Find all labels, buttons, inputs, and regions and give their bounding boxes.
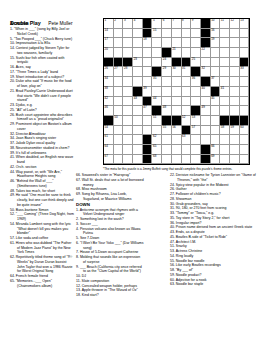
white-cell[interactable]	[191, 145, 201, 155]
white-cell[interactable]: 18	[143, 38, 153, 48]
clue-number: 65	[153, 145, 156, 148]
white-cell[interactable]	[114, 77, 124, 87]
clue-item-text: Adjective for a nook	[176, 278, 207, 282]
clue-item: 21. Brad Paisley/Carrie Underwood duet t…	[10, 89, 74, 103]
white-cell[interactable]	[201, 135, 211, 145]
white-cell[interactable]	[143, 116, 153, 126]
white-cell[interactable]: 49	[201, 106, 211, 116]
white-cell[interactable]: 9	[191, 19, 201, 29]
clue-number: 5	[153, 19, 155, 22]
clue-number: 42	[105, 97, 108, 100]
clue-number: 9	[192, 19, 194, 22]
down-header: DOWN	[76, 202, 144, 207]
white-cell[interactable]: 69	[211, 155, 221, 165]
clue-item-text: Noodle bar noodle	[176, 259, 205, 263]
white-cell[interactable]	[182, 155, 192, 165]
white-cell[interactable]: 43	[133, 97, 143, 107]
mid-clues-column: 66. Seaweed's sister in "Hairspray"67. W…	[76, 173, 144, 298]
white-cell[interactable]	[230, 155, 240, 165]
white-cell[interactable]: 30	[172, 67, 182, 77]
clue-number: 20	[105, 48, 108, 51]
black-cell	[143, 145, 153, 155]
black-cell	[201, 155, 211, 165]
white-cell[interactable]: 50	[114, 116, 124, 126]
white-cell[interactable]	[172, 106, 182, 116]
clue-item-text: Showman	[176, 197, 192, 201]
down-clue-list: 1. Anticrime acronym that rhymes with a …	[76, 208, 144, 298]
white-cell[interactable]: 57	[191, 126, 201, 136]
clue-item-text: Seaweed's sister in "Hairspray"	[82, 173, 130, 177]
white-cell[interactable]	[191, 87, 201, 97]
clue-number: 15	[153, 29, 156, 32]
white-cell[interactable]: 63	[182, 135, 192, 145]
white-cell[interactable]	[191, 29, 201, 39]
white-cell[interactable]	[162, 77, 172, 87]
white-cell[interactable]: 19	[211, 38, 221, 48]
clue-number: 23	[134, 58, 137, 61]
clue-item-text: Derisive nickname for Tyrion Lannister o…	[176, 173, 256, 182]
white-cell[interactable]	[240, 106, 250, 116]
clue-item-text: Beatles B-side of "Ticket to Ride"	[176, 235, 227, 239]
clue-number: 10	[211, 19, 214, 22]
white-cell[interactable]: 33	[240, 67, 250, 77]
white-cell[interactable]	[172, 77, 182, 87]
clue-item-text: Song by Rihanna, Lisa Loeb, Sugarland, o…	[82, 192, 132, 201]
clue-item: 49. He said "One must be sane to think c…	[10, 193, 74, 207]
white-cell[interactable]	[220, 58, 230, 68]
clue-item-text: Gather	[176, 187, 187, 191]
clue-item: 6. "I Won't Be Your Yoko ___" (Dar Willi…	[76, 241, 144, 251]
white-cell[interactable]	[143, 126, 153, 136]
white-cell[interactable]	[240, 155, 250, 165]
white-cell[interactable]: 11	[220, 19, 230, 29]
white-cell[interactable]	[220, 106, 230, 116]
white-cell[interactable]: 55	[162, 126, 172, 136]
across-clue-list: 1. "When in ___" (song by Billy Joel or …	[10, 27, 74, 288]
white-cell[interactable]	[230, 135, 240, 145]
clue-item-text: "___ Coming" (Three Dog Night, from 1969…	[16, 212, 74, 221]
clue-number: 41	[221, 87, 224, 90]
white-cell[interactable]	[240, 97, 250, 107]
white-cell[interactable]: 7	[172, 19, 182, 29]
white-cell[interactable]: 68	[152, 155, 162, 165]
clue-item-text: Soccer ___	[80, 222, 98, 226]
clue-item-text: Like soda and coffee	[16, 236, 48, 240]
white-cell[interactable]	[114, 29, 124, 39]
clue-item-text: Grab grounders, say	[176, 202, 208, 206]
white-cell[interactable]	[182, 29, 192, 39]
clue-number: 57	[192, 126, 195, 129]
white-cell[interactable]: 46	[104, 106, 114, 116]
white-cell[interactable]	[240, 29, 250, 39]
white-cell[interactable]: 20	[104, 48, 114, 58]
clue-number: 63	[182, 135, 185, 138]
white-cell[interactable]	[123, 145, 133, 155]
white-cell[interactable]: 29	[162, 67, 172, 77]
clue-number: 1	[105, 19, 107, 22]
white-cell[interactable]	[191, 97, 201, 107]
clue-number: 40	[201, 87, 204, 90]
white-cell[interactable]	[172, 145, 182, 155]
black-cell	[201, 145, 211, 155]
white-cell[interactable]	[172, 97, 182, 107]
clue-number: 2	[114, 19, 116, 22]
clue-number: 8	[182, 19, 184, 22]
clue-item: 4. Peruvian volcano also known as Wawa P…	[76, 227, 144, 237]
white-cell[interactable]: 51	[152, 116, 162, 126]
clue-number: 48	[163, 106, 166, 109]
clue-item-text: 90, 180, or 270 feet from scoring	[176, 206, 227, 210]
clue-number: 35	[153, 77, 156, 80]
white-cell[interactable]	[230, 145, 240, 155]
white-cell[interactable]	[172, 87, 182, 97]
white-cell[interactable]	[123, 38, 133, 48]
white-cell[interactable]: 36	[191, 77, 201, 87]
clue-number: 29	[163, 67, 166, 70]
clue-number: 3	[124, 19, 126, 22]
white-cell[interactable]	[182, 38, 192, 48]
clue-item: 26. Bush court appointee who describes h…	[10, 113, 74, 123]
clue-number: 6	[163, 19, 165, 22]
clue-item-text: French female friend	[16, 274, 48, 278]
clue-number: 31	[182, 67, 185, 70]
white-cell[interactable]: 44	[152, 97, 162, 107]
white-cell[interactable]: 8	[182, 19, 192, 29]
clue-item: 62. Repetitively titled theme song of "9…	[10, 255, 74, 274]
white-cell[interactable]: 40	[201, 87, 211, 97]
white-cell[interactable]: 15	[152, 29, 162, 39]
white-cell[interactable]	[240, 135, 250, 145]
clue-number: 49	[201, 106, 204, 109]
white-cell[interactable]	[230, 48, 240, 58]
clue-item-text: Ends, as a dispute	[176, 230, 205, 234]
white-cell[interactable]	[220, 135, 230, 145]
white-cell[interactable]	[211, 126, 221, 136]
clue-number: 38	[105, 87, 108, 90]
clue-number: 45	[211, 97, 214, 100]
white-cell[interactable]	[182, 145, 192, 155]
clue-number: 27	[114, 67, 117, 70]
white-cell[interactable]	[162, 29, 172, 39]
white-cell[interactable]	[143, 67, 153, 77]
clue-item-text: DJ	[82, 274, 86, 278]
white-cell[interactable]	[182, 48, 192, 58]
clue-number: 37	[211, 77, 214, 80]
white-cell[interactable]	[114, 126, 124, 136]
white-cell[interactable]	[230, 106, 240, 116]
white-cell[interactable]: 27	[114, 67, 124, 77]
clue-number: 51	[153, 116, 156, 119]
white-cell[interactable]: 3	[123, 19, 133, 29]
clue-item: 29. Prominent object on Boston's album c…	[10, 122, 74, 132]
white-cell[interactable]: 32	[201, 67, 211, 77]
white-cell[interactable]	[133, 145, 143, 155]
clue-item: 22. Derisive nickname for Tyrion Lannist…	[170, 173, 260, 183]
white-cell[interactable]	[123, 135, 133, 145]
across-clue-list-tail: 66. Seaweed's sister in "Hairspray"67. W…	[76, 173, 144, 202]
white-cell[interactable]	[240, 48, 250, 58]
white-cell[interactable]	[114, 135, 124, 145]
white-cell[interactable]: 22	[201, 48, 211, 58]
crossword-grid: 1234567891011121314151617181920212223242…	[103, 18, 250, 165]
white-cell[interactable]	[152, 48, 162, 58]
white-cell[interactable]	[123, 155, 133, 165]
white-cell[interactable]	[133, 155, 143, 165]
clue-item-text: "Three Times a Lady" band	[16, 70, 58, 74]
white-cell[interactable]	[143, 58, 153, 68]
black-cell	[201, 19, 211, 29]
clue-item-text: Molding that sounds like an expression o…	[80, 255, 140, 264]
clue-number: 36	[192, 77, 195, 80]
white-cell[interactable]	[211, 58, 221, 68]
clue-number: 69	[211, 155, 214, 158]
clue-item-text: When doubled, an English new wave band	[16, 155, 73, 164]
white-cell[interactable]: 52	[182, 116, 192, 126]
clue-item-text: "Behind the Wall of ___" (Smithereens tu…	[16, 179, 54, 188]
white-cell[interactable]	[230, 29, 240, 39]
clue-item-text: Prominent object on Boston's album cover	[16, 122, 72, 131]
clue-item-text: Like early Beatles recordings	[176, 263, 221, 267]
white-cell[interactable]: 13	[240, 19, 250, 29]
meta-note: *The meta for this puzzle is a Jimmy Buf…	[103, 167, 261, 171]
clue-number: 4	[134, 19, 136, 22]
white-cell[interactable]: 35	[152, 77, 162, 87]
white-cell[interactable]: 67	[104, 155, 114, 165]
black-cell	[143, 135, 153, 145]
white-cell[interactable]	[230, 58, 240, 68]
white-cell[interactable]	[240, 38, 250, 48]
white-cell[interactable]	[133, 106, 143, 116]
white-cell[interactable]	[220, 48, 230, 58]
clue-number: 26	[105, 67, 108, 70]
clue-number: 44	[153, 97, 156, 100]
clue-number: 30	[172, 67, 175, 70]
white-cell[interactable]: 4	[133, 19, 143, 29]
clue-number: 7	[172, 19, 174, 22]
white-cell[interactable]: 6	[162, 19, 172, 29]
white-cell[interactable]: 41	[220, 87, 230, 97]
clue-item: 67. Wall St. deals that use a lot of bor…	[76, 178, 144, 188]
clue-item-text: Improvisation à la Ella	[16, 41, 50, 45]
clue-number: 14	[105, 29, 108, 32]
clue-item: 1. "When in ___" (song by Billy Joel or …	[10, 27, 74, 37]
white-cell[interactable]	[230, 77, 240, 87]
white-cell[interactable]: 37	[211, 77, 221, 87]
white-cell[interactable]	[162, 145, 172, 155]
white-cell[interactable]	[240, 87, 250, 97]
white-cell[interactable]	[114, 38, 124, 48]
clue-item-text: Noodle bar staple	[176, 282, 203, 286]
clue-number: 33	[240, 67, 243, 70]
clue-number: 54	[105, 126, 108, 129]
clue-number: 68	[153, 155, 156, 158]
white-cell[interactable]	[230, 38, 240, 48]
white-cell[interactable]	[133, 29, 143, 39]
white-cell[interactable]	[133, 135, 143, 145]
white-cell[interactable]: 21	[172, 48, 182, 58]
white-cell[interactable]	[114, 87, 124, 97]
clue-item-text: Follower of children's music?	[176, 192, 221, 196]
clue-item: 41. When doubled, an English new wave ba…	[10, 155, 74, 165]
clue-item-text: Joan Baez's singing sister	[16, 136, 56, 140]
clue-item-text: Noodle product?	[176, 273, 202, 277]
clue-item-text: Actress Christine	[176, 249, 202, 253]
clue-number: 21	[172, 48, 175, 51]
clue-item: 61. Hines who was dubbed "The Father of …	[10, 241, 74, 255]
clue-number: 66	[211, 145, 214, 148]
clue-number: 24	[163, 58, 166, 61]
white-cell[interactable]	[220, 67, 230, 77]
white-cell[interactable]	[182, 97, 192, 107]
clue-number: 22	[201, 48, 204, 51]
white-cell[interactable]	[123, 87, 133, 97]
clue-item-text: Duke who said "If music be the food of l…	[16, 79, 72, 88]
white-cell[interactable]	[133, 116, 143, 126]
across-clues-column: ACROSS 1. "When in ___" (song by Billy J…	[10, 21, 74, 288]
white-cell[interactable]	[123, 126, 133, 136]
clue-number: 34	[105, 77, 108, 80]
clue-item-text: Irregular import?	[176, 221, 202, 225]
white-cell[interactable]	[220, 145, 230, 155]
clue-item-text: "By ___ of"	[176, 268, 193, 272]
clue-item-text: "I Won't Be Your Yoko ___" (Dar Williams…	[80, 241, 144, 250]
white-cell[interactable]	[220, 38, 230, 48]
white-cell[interactable]	[123, 116, 133, 126]
clue-number: 55	[163, 126, 166, 129]
clue-item: 46. "Behind the Wall of ___" (Smithereen…	[10, 179, 74, 189]
white-cell[interactable]	[220, 97, 230, 107]
white-cell[interactable]	[191, 155, 201, 165]
white-cell[interactable]	[201, 126, 211, 136]
clue-number: 52	[182, 116, 185, 119]
white-cell[interactable]	[182, 77, 192, 87]
white-cell[interactable]	[123, 97, 133, 107]
white-cell[interactable]	[172, 135, 182, 145]
white-cell[interactable]: 39	[143, 87, 153, 97]
clue-number: 61	[105, 135, 108, 138]
white-cell[interactable]: 56	[172, 126, 182, 136]
clue-item: 14. Contest judged by Steven Tyler for t…	[10, 46, 74, 56]
clue-number: 53	[192, 116, 195, 119]
clue-number: 56	[172, 126, 175, 129]
white-cell[interactable]	[162, 38, 172, 48]
white-cell[interactable]	[114, 145, 124, 155]
clue-item-text: Repetitively titled theme song of "9½ We…	[16, 255, 73, 273]
clue-item-text: Bush court appointee who describes himse…	[16, 113, 72, 122]
white-cell[interactable]	[211, 106, 221, 116]
clue-item-text: Takes too much, for short	[16, 189, 55, 193]
white-cell[interactable]	[152, 38, 162, 48]
white-cell[interactable]: 12	[230, 19, 240, 29]
white-cell[interactable]	[220, 155, 230, 165]
clue-item-text: Neurotransmitter studied in chem?	[16, 146, 70, 150]
white-cell[interactable]: 25	[191, 58, 201, 68]
puzzle-page: Double Play Pete Muller ACROSS 1. "When …	[0, 0, 264, 341]
clue-item-text: He said "One must be sane to think clear…	[16, 193, 74, 207]
white-cell[interactable]	[240, 145, 250, 155]
white-cell[interactable]	[162, 135, 172, 145]
across-header: ACROSS	[10, 21, 74, 26]
white-cell[interactable]: 2	[114, 19, 124, 29]
clue-item: 52. "___ Coming" (Three Dog Night, from …	[10, 212, 74, 222]
clue-number: 39	[143, 87, 146, 90]
white-cell[interactable]	[123, 106, 133, 116]
white-cell[interactable]	[211, 48, 221, 58]
clue-number: 60	[240, 126, 243, 129]
white-cell[interactable]	[201, 116, 211, 126]
clue-item-text: Architect I.M.	[176, 240, 196, 244]
white-cell[interactable]	[123, 29, 133, 39]
white-cell[interactable]	[114, 48, 124, 58]
clue-item-text: Hines who was dubbed "The Father of Mode…	[16, 241, 72, 255]
clue-item-text: Jakob Dylan vocal quality	[16, 141, 56, 145]
white-cell[interactable]: 28	[123, 67, 133, 77]
white-cell[interactable]	[211, 116, 221, 126]
white-cell[interactable]	[162, 155, 172, 165]
black-cell	[201, 29, 211, 39]
clue-item-text: Spicy stew popular in the Midwest	[176, 183, 229, 187]
clue-number: 58	[221, 126, 224, 129]
white-cell[interactable]	[172, 155, 182, 165]
white-cell[interactable]	[133, 38, 143, 48]
clue-number: 50	[114, 116, 117, 119]
down-clues-column: 22. Derisive nickname for Tyrion Lannist…	[170, 173, 260, 287]
clue-number: 47	[143, 106, 146, 109]
white-cell[interactable]	[123, 48, 133, 58]
white-cell[interactable]	[114, 155, 124, 165]
clue-number: 32	[201, 67, 204, 70]
white-cell[interactable]	[230, 97, 240, 107]
white-cell[interactable]	[230, 67, 240, 77]
white-cell[interactable]: 59	[230, 126, 240, 136]
white-cell[interactable]	[114, 97, 124, 107]
white-cell[interactable]	[133, 67, 143, 77]
clue-item-text: Apple thrower in "The Wizard of Oz"	[82, 288, 138, 292]
white-cell[interactable]	[152, 58, 162, 68]
clue-item-text: See 7-Down	[80, 236, 99, 240]
clue-number: 17	[105, 38, 108, 41]
white-cell[interactable]	[182, 87, 192, 97]
white-cell[interactable]	[191, 135, 201, 145]
white-cell[interactable]: 45	[211, 97, 221, 107]
white-cell[interactable]	[220, 29, 230, 39]
clue-item-text: Way passé, or, with "We Are," Hawthorne …	[16, 170, 62, 179]
clue-item-text: Peruvian volcano also known as Wawa Puti…	[80, 227, 141, 236]
white-cell[interactable]: 31	[182, 67, 192, 77]
white-cell[interactable]	[240, 77, 250, 87]
white-cell[interactable]: 48	[162, 106, 172, 116]
clue-item: 1. Anticrime acronym that rhymes with a …	[76, 208, 144, 218]
down-clue-list-continued: 22. Derisive nickname for Tyrion Lannist…	[170, 173, 260, 287]
white-cell[interactable]	[191, 38, 201, 48]
clue-item-text: ___ Beach (California city once referred…	[80, 265, 142, 274]
white-cell[interactable]: 47	[143, 106, 153, 116]
white-cell[interactable]: 23	[133, 58, 143, 68]
clue-item-text: Sushi bar fish often coated with teriyak…	[16, 56, 65, 65]
white-cell[interactable]	[172, 29, 182, 39]
white-cell[interactable]: 60	[240, 126, 250, 136]
white-cell[interactable]	[143, 48, 153, 58]
white-cell[interactable]	[133, 126, 143, 136]
white-cell[interactable]	[123, 77, 133, 87]
white-cell[interactable]	[230, 87, 240, 97]
clue-number: 12	[231, 19, 234, 22]
white-cell[interactable]: 58	[220, 126, 230, 136]
white-cell[interactable]	[133, 77, 143, 87]
clue-item-text: House of 5-Down occupant Catherine	[80, 250, 138, 254]
clue-item-text: Prison name derived from an ancient Gree…	[176, 225, 252, 229]
white-cell[interactable]	[162, 87, 172, 97]
